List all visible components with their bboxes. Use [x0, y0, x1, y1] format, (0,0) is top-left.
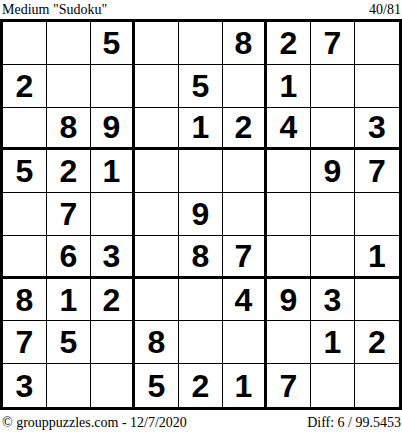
cell-r6c5[interactable]: 8 [179, 236, 223, 279]
cell-r9c5[interactable]: 2 [179, 364, 223, 407]
given-digit: 8 [192, 240, 210, 272]
cell-r2c7[interactable]: 1 [267, 65, 311, 108]
given-digit: 5 [103, 27, 121, 59]
cell-r5c9[interactable] [355, 193, 399, 236]
cell-r4c3[interactable]: 1 [91, 150, 135, 193]
cell-r8c9[interactable]: 2 [355, 321, 399, 364]
given-digit: 4 [235, 284, 253, 316]
given-digit: 9 [103, 111, 121, 143]
cell-r1c1[interactable] [3, 22, 47, 65]
cell-r7c1[interactable]: 8 [3, 279, 47, 322]
given-digit: 1 [324, 326, 342, 358]
cell-r3c3[interactable]: 9 [91, 108, 135, 151]
cell-r5c1[interactable] [3, 193, 47, 236]
given-digit: 1 [192, 111, 210, 143]
cell-r3c6[interactable]: 2 [223, 108, 267, 151]
given-digit: 7 [16, 326, 34, 358]
given-digit: 5 [148, 370, 166, 402]
cell-r4c6[interactable] [223, 150, 267, 193]
given-digit: 8 [16, 284, 34, 316]
cell-r4c8[interactable]: 9 [311, 150, 355, 193]
cell-r4c9[interactable]: 7 [355, 150, 399, 193]
cell-r8c3[interactable] [91, 321, 135, 364]
cell-r9c9[interactable] [355, 364, 399, 407]
cell-r7c5[interactable] [179, 279, 223, 322]
sudoku-page: Medium "Sudoku" 40/81 582725189124352197… [0, 0, 402, 437]
cell-r7c6[interactable]: 4 [223, 279, 267, 322]
given-digit: 1 [103, 155, 121, 187]
cell-r6c3[interactable]: 3 [91, 236, 135, 279]
given-digit: 7 [324, 27, 342, 59]
cell-r1c7[interactable]: 2 [267, 22, 311, 65]
cell-r7c9[interactable] [355, 279, 399, 322]
cell-r7c4[interactable] [135, 279, 179, 322]
cell-r4c4[interactable] [135, 150, 179, 193]
cell-r2c8[interactable] [311, 65, 355, 108]
cell-r5c8[interactable] [311, 193, 355, 236]
cell-r8c6[interactable] [223, 321, 267, 364]
given-digit: 8 [235, 27, 253, 59]
cell-r2c2[interactable] [47, 65, 91, 108]
given-digit: 9 [324, 155, 342, 187]
header: Medium "Sudoku" 40/81 [2, 0, 401, 18]
given-digit: 2 [103, 284, 121, 316]
given-digit: 7 [280, 370, 298, 402]
copyright-text: © grouppuzzles.com - 12/7/2020 [2, 414, 187, 432]
difficulty-text: Diff: 6 / 99.5453 [307, 414, 401, 432]
given-digit: 8 [148, 326, 166, 358]
cell-r8c8[interactable]: 1 [311, 321, 355, 364]
cell-r2c1[interactable]: 2 [3, 65, 47, 108]
given-digit: 1 [235, 370, 253, 402]
page-title: Medium "Sudoku" [2, 2, 107, 18]
cell-r6c7[interactable] [267, 236, 311, 279]
cell-r9c7[interactable]: 7 [267, 364, 311, 407]
cell-r7c7[interactable]: 9 [267, 279, 311, 322]
given-digit: 3 [103, 240, 121, 272]
cell-r5c4[interactable] [135, 193, 179, 236]
footer: © grouppuzzles.com - 12/7/2020 Diff: 6 /… [2, 414, 401, 432]
cell-r1c2[interactable] [47, 22, 91, 65]
given-digit: 8 [60, 111, 78, 143]
given-digit: 5 [192, 70, 210, 102]
cell-r6c9[interactable]: 1 [355, 236, 399, 279]
cell-r3c8[interactable] [311, 108, 355, 151]
cell-r7c3[interactable]: 2 [91, 279, 135, 322]
cell-r3c4[interactable] [135, 108, 179, 151]
given-digit: 9 [280, 284, 298, 316]
given-digit: 7 [60, 198, 78, 230]
sudoku-board: 5827251891243521977963871812493758123521… [0, 19, 402, 410]
given-digit: 9 [192, 198, 210, 230]
given-digit: 3 [324, 284, 342, 316]
cell-r5c6[interactable] [223, 193, 267, 236]
cell-r8c5[interactable] [179, 321, 223, 364]
cell-r3c5[interactable]: 1 [179, 108, 223, 151]
cell-r9c1[interactable]: 3 [3, 364, 47, 407]
cell-r1c8[interactable]: 7 [311, 22, 355, 65]
cell-r3c9[interactable]: 3 [355, 108, 399, 151]
cell-r2c4[interactable] [135, 65, 179, 108]
cell-r6c4[interactable] [135, 236, 179, 279]
cell-r3c7[interactable]: 4 [267, 108, 311, 151]
cell-r2c6[interactable] [223, 65, 267, 108]
cell-r5c2[interactable]: 7 [47, 193, 91, 236]
given-digit: 1 [60, 284, 78, 316]
cell-r8c4[interactable]: 8 [135, 321, 179, 364]
cell-r9c4[interactable]: 5 [135, 364, 179, 407]
cell-r6c2[interactable]: 6 [47, 236, 91, 279]
cell-r5c3[interactable] [91, 193, 135, 236]
given-digit: 3 [16, 370, 34, 402]
cell-r2c9[interactable] [355, 65, 399, 108]
cell-r1c4[interactable] [135, 22, 179, 65]
given-digit: 2 [16, 70, 34, 102]
cell-r1c9[interactable] [355, 22, 399, 65]
cell-r5c7[interactable] [267, 193, 311, 236]
given-digit: 5 [16, 155, 34, 187]
cell-r8c7[interactable] [267, 321, 311, 364]
cell-r1c6[interactable]: 8 [223, 22, 267, 65]
given-count: 40/81 [369, 2, 401, 18]
cell-r4c5[interactable] [179, 150, 223, 193]
cell-r3c1[interactable] [3, 108, 47, 151]
cell-r7c2[interactable]: 1 [47, 279, 91, 322]
given-digit: 4 [280, 111, 298, 143]
given-digit: 2 [280, 27, 298, 59]
given-digit: 2 [235, 111, 253, 143]
given-digit: 6 [60, 240, 78, 272]
cell-r4c1[interactable]: 5 [3, 150, 47, 193]
given-digit: 2 [368, 326, 386, 358]
cell-r2c3[interactable] [91, 65, 135, 108]
given-digit: 2 [60, 155, 78, 187]
cell-r1c3[interactable]: 5 [91, 22, 135, 65]
cell-r8c2[interactable]: 5 [47, 321, 91, 364]
given-digit: 7 [368, 155, 386, 187]
given-digit: 3 [368, 111, 386, 143]
cell-r9c8[interactable] [311, 364, 355, 407]
cell-r6c6[interactable]: 7 [223, 236, 267, 279]
cell-r3c2[interactable]: 8 [47, 108, 91, 151]
given-digit: 2 [192, 370, 210, 402]
cell-r4c2[interactable]: 2 [47, 150, 91, 193]
cell-r1c5[interactable] [179, 22, 223, 65]
cell-r9c3[interactable] [91, 364, 135, 407]
cell-r8c1[interactable]: 7 [3, 321, 47, 364]
cell-r6c1[interactable] [3, 236, 47, 279]
cell-r9c6[interactable]: 1 [223, 364, 267, 407]
given-digit: 1 [368, 240, 386, 272]
cell-r5c5[interactable]: 9 [179, 193, 223, 236]
cell-r7c8[interactable]: 3 [311, 279, 355, 322]
cell-r4c7[interactable] [267, 150, 311, 193]
cell-r2c5[interactable]: 5 [179, 65, 223, 108]
cell-r9c2[interactable] [47, 364, 91, 407]
given-digit: 1 [280, 70, 298, 102]
cell-r6c8[interactable] [311, 236, 355, 279]
given-digit: 7 [235, 240, 253, 272]
given-digit: 5 [60, 326, 78, 358]
